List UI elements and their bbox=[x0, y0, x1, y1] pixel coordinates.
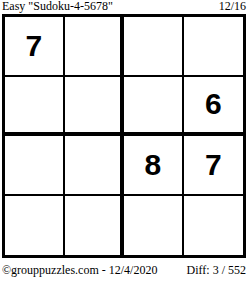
difficulty-text: Diff: 3 / 552 bbox=[187, 264, 246, 277]
cell-r2-c2[interactable] bbox=[65, 77, 125, 137]
cell-r2-c3[interactable] bbox=[124, 77, 184, 137]
cell-r2-c4: 6 bbox=[184, 77, 244, 137]
cell-r1-c2[interactable] bbox=[65, 17, 125, 77]
cell-r1-c1: 7 bbox=[5, 17, 65, 77]
sudoku-board: 7 6 8 7 bbox=[2, 14, 246, 258]
header: Easy "Sudoku-4-5678" 12/16 bbox=[0, 0, 248, 13]
cell-r3-c4: 7 bbox=[184, 136, 244, 196]
footer: ©grouppuzzles.com - 12/4/2020 Diff: 3 / … bbox=[0, 264, 248, 277]
cell-r4-c3[interactable] bbox=[124, 196, 184, 256]
cell-r4-c4[interactable] bbox=[184, 196, 244, 256]
cell-r3-c1[interactable] bbox=[5, 136, 65, 196]
cell-r1-c3[interactable] bbox=[124, 17, 184, 77]
cell-r2-c1[interactable] bbox=[5, 77, 65, 137]
copyright-text: ©grouppuzzles.com - 12/4/2020 bbox=[2, 264, 157, 277]
cell-r4-c2[interactable] bbox=[65, 196, 125, 256]
cell-r4-c1[interactable] bbox=[5, 196, 65, 256]
puzzle-counter: 12/16 bbox=[219, 0, 246, 13]
cell-r3-c3: 8 bbox=[124, 136, 184, 196]
sudoku-page: Easy "Sudoku-4-5678" 12/16 7 6 8 7 ©grou… bbox=[0, 0, 248, 282]
puzzle-title: Easy "Sudoku-4-5678" bbox=[2, 0, 113, 13]
cell-r3-c2[interactable] bbox=[65, 136, 125, 196]
cell-r1-c4[interactable] bbox=[184, 17, 244, 77]
